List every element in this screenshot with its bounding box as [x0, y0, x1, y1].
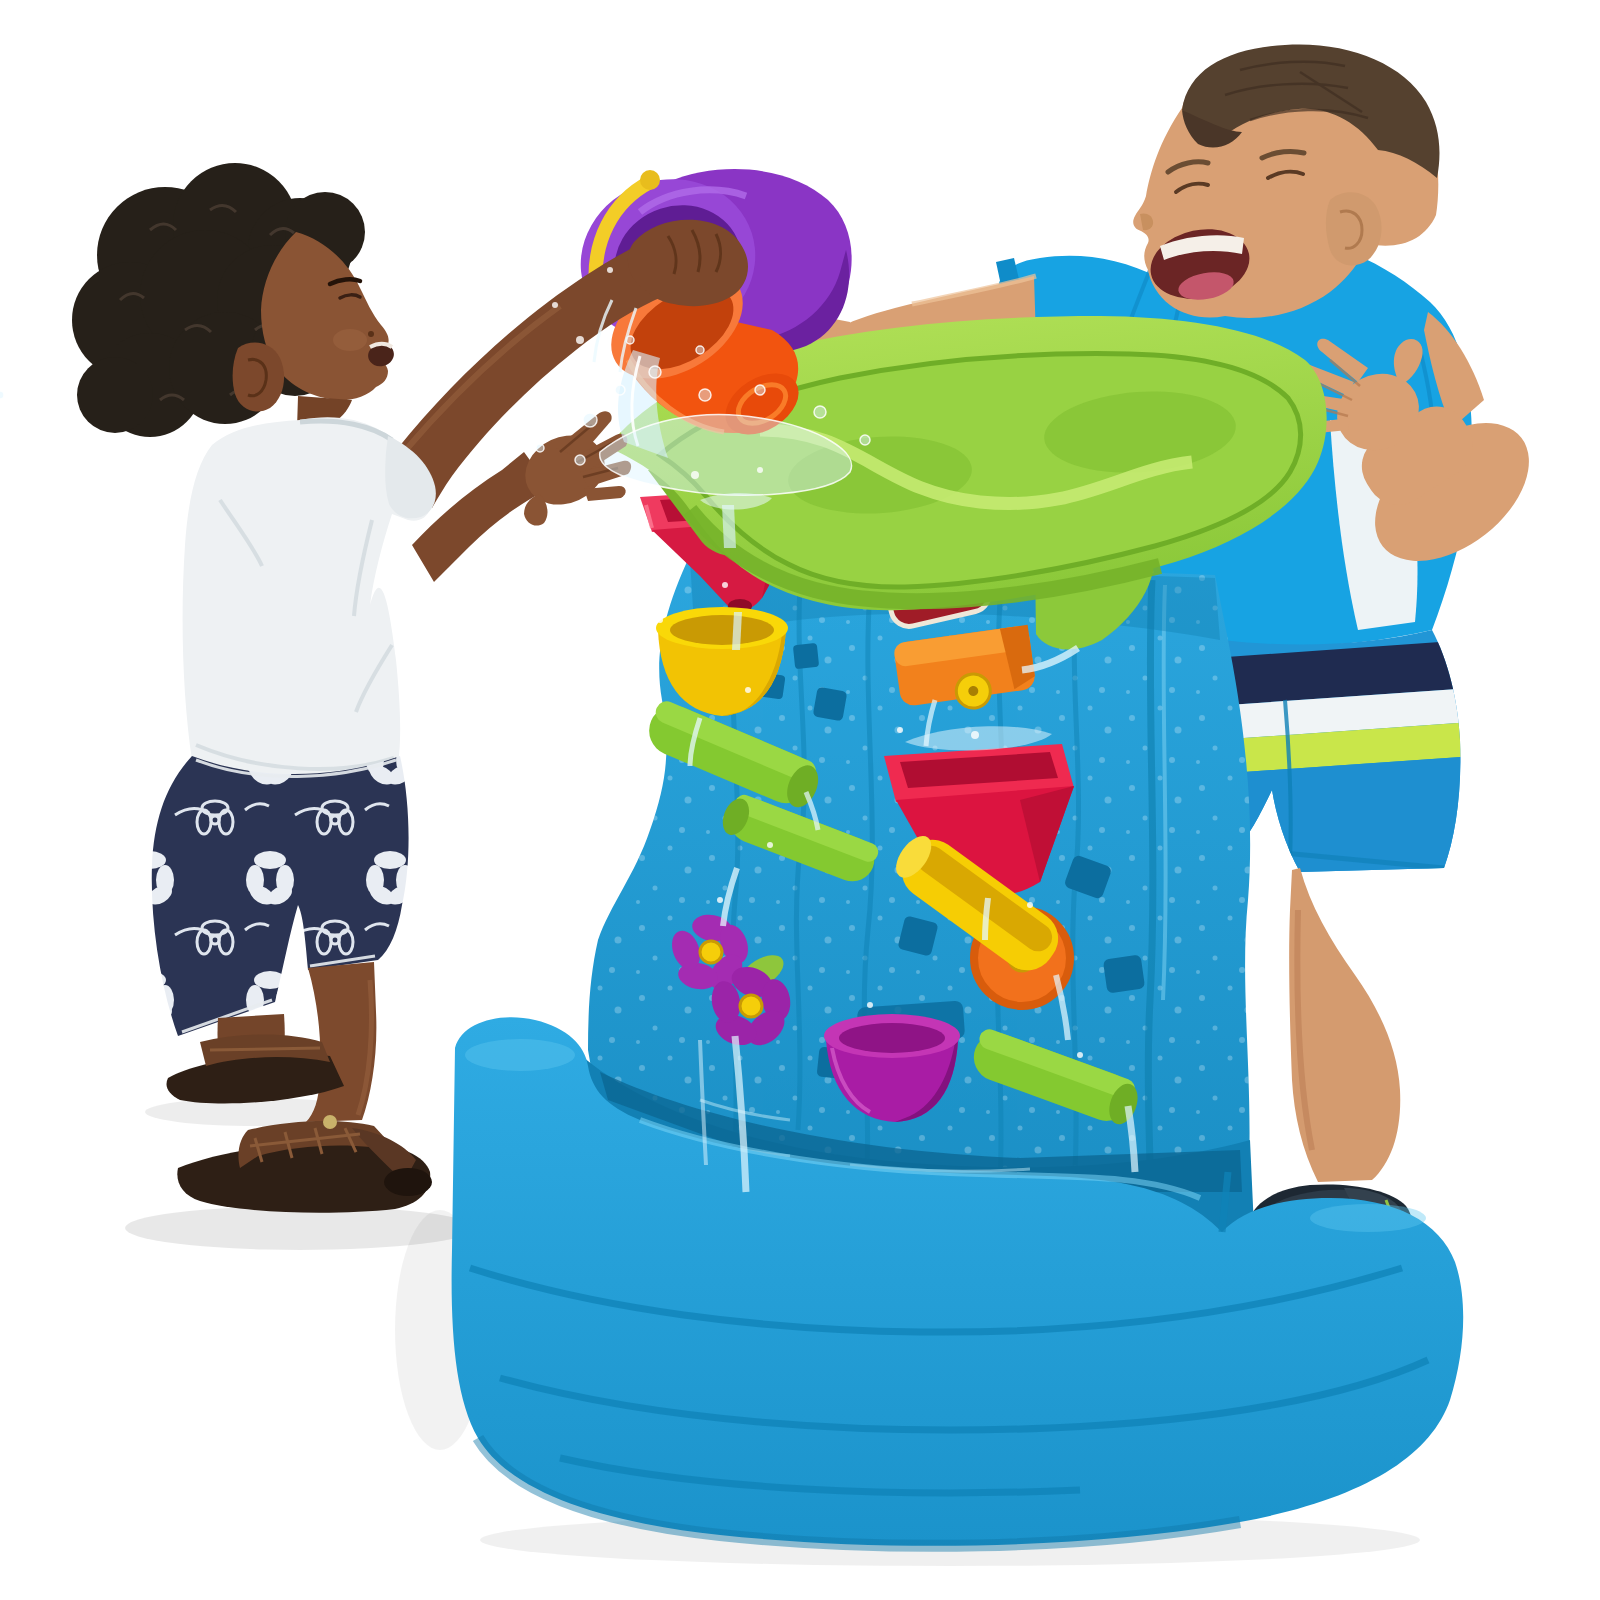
left-child-front-sandal	[177, 1115, 432, 1213]
product-photo: STEP 2	[0, 0, 1600, 1600]
sandal-toggle	[323, 1115, 337, 1129]
left-child-back-sandal	[167, 1035, 345, 1104]
right-child-leg	[1289, 868, 1400, 1182]
right-child-ear	[1326, 192, 1382, 265]
left-child-ear	[233, 343, 284, 412]
nostril	[368, 331, 374, 337]
